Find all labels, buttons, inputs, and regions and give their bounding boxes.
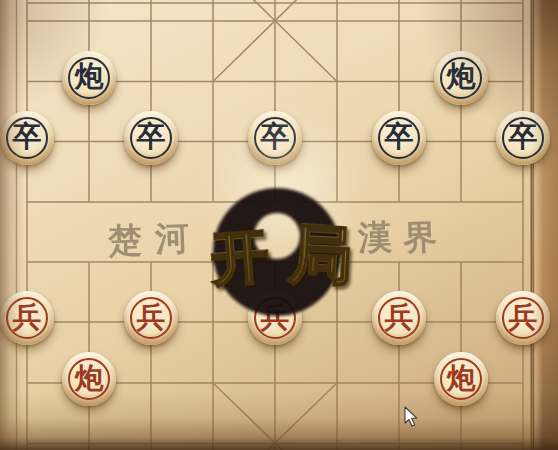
piece-glyph: 炮 bbox=[447, 62, 476, 93]
piece-glyph: 卒 bbox=[509, 122, 538, 153]
piece-red-soldier-f6r6[interactable]: 兵 bbox=[372, 291, 426, 345]
mouse-cursor-icon bbox=[404, 406, 420, 428]
piece-red-soldier-f0r6[interactable]: 兵 bbox=[0, 291, 54, 345]
piece-glyph: 兵 bbox=[509, 303, 538, 334]
logo-char-ju: 局 bbox=[287, 221, 354, 288]
piece-glyph: 卒 bbox=[385, 122, 414, 153]
piece-glyph: 炮 bbox=[75, 62, 104, 93]
piece-glyph: 卒 bbox=[13, 122, 42, 153]
piece-black-cannon-f1r2[interactable]: 炮 bbox=[62, 51, 116, 105]
piece-red-cannon-f1r7[interactable]: 炮 bbox=[62, 352, 116, 406]
piece-glyph: 炮 bbox=[447, 364, 476, 395]
piece-red-cannon-f7r7[interactable]: 炮 bbox=[434, 352, 488, 406]
piece-red-soldier-f8r6[interactable]: 兵 bbox=[496, 291, 550, 345]
logo-char-kai: 开 bbox=[209, 226, 271, 288]
piece-glyph: 兵 bbox=[385, 303, 414, 334]
piece-black-soldier-f8r3[interactable]: 卒 bbox=[496, 111, 550, 165]
piece-black-soldier-f4r3[interactable]: 卒 bbox=[248, 111, 302, 165]
piece-glyph: 炮 bbox=[75, 364, 104, 395]
piece-glyph: 兵 bbox=[137, 303, 166, 334]
xiangqi-board-screen: 楚 河 漢 界 炮炮卒卒卒卒卒兵兵兵兵兵炮炮 开 局 bbox=[0, 0, 558, 450]
piece-glyph: 卒 bbox=[137, 122, 166, 153]
piece-glyph: 兵 bbox=[13, 303, 42, 334]
piece-glyph: 卒 bbox=[261, 122, 290, 153]
piece-red-soldier-f2r6[interactable]: 兵 bbox=[124, 291, 178, 345]
piece-black-cannon-f7r2[interactable]: 炮 bbox=[434, 51, 488, 105]
piece-black-soldier-f6r3[interactable]: 卒 bbox=[372, 111, 426, 165]
piece-black-soldier-f0r3[interactable]: 卒 bbox=[0, 111, 54, 165]
piece-black-soldier-f2r3[interactable]: 卒 bbox=[124, 111, 178, 165]
